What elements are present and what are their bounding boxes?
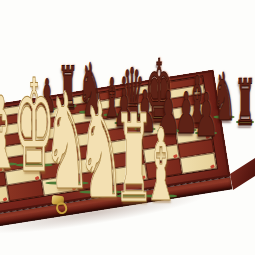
pieces-layer: ♜♟♞♝♛♞♚♝♜♟♟♟♟♟♝♚♞♞♜♝	[0, 0, 255, 255]
dark-rook[interactable]: ♜	[235, 71, 255, 135]
chess-set-photo: ♜♟♞♝♛♞♚♝♜♟♟♟♟♟♝♚♞♞♜♝	[0, 0, 255, 255]
light-bishop[interactable]: ♝	[143, 116, 179, 216]
dark-pawn[interactable]: ♟	[194, 85, 218, 145]
